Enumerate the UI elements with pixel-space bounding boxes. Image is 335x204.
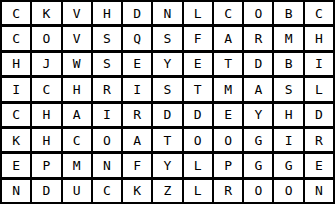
grid-cell[interactable]: A — [123, 129, 151, 151]
grid-cell[interactable]: L — [184, 154, 212, 176]
grid-cell[interactable]: D — [184, 104, 212, 126]
grid-cell[interactable]: O — [32, 27, 60, 49]
grid-cell[interactable]: L — [184, 2, 212, 24]
grid-cell[interactable]: M — [63, 154, 91, 176]
grid-cell[interactable]: A — [63, 104, 91, 126]
grid-cell[interactable]: H — [305, 27, 333, 49]
grid-cell[interactable]: Y — [244, 104, 272, 126]
grid-cell[interactable]: H — [63, 78, 91, 100]
grid-cell[interactable]: R — [214, 180, 242, 202]
grid-cell[interactable]: M — [214, 78, 242, 100]
grid-cell[interactable]: N — [93, 154, 121, 176]
grid-cell[interactable]: R — [93, 78, 121, 100]
grid-cell[interactable]: S — [274, 78, 302, 100]
grid-cell[interactable]: O — [214, 129, 242, 151]
grid-cell[interactable]: C — [63, 129, 91, 151]
grid-cell[interactable]: H — [32, 129, 60, 151]
grid-cell[interactable]: F — [123, 154, 151, 176]
grid-cell[interactable]: T — [153, 129, 181, 151]
grid-cell[interactable]: O — [184, 129, 212, 151]
grid-cell[interactable]: I — [123, 78, 151, 100]
grid-cell[interactable]: L — [184, 180, 212, 202]
grid-cell[interactable]: G — [244, 129, 272, 151]
grid-cell[interactable]: C — [32, 78, 60, 100]
word-search-board: CKVHDNLCOBCCOVSQSFARMHHJWSEYETDBIICHRIST… — [0, 0, 335, 204]
grid-cell[interactable]: V — [63, 2, 91, 24]
grid-cell[interactable]: A — [214, 27, 242, 49]
grid-cell[interactable]: U — [63, 180, 91, 202]
grid-cell[interactable]: N — [305, 180, 333, 202]
grid-cell[interactable]: I — [93, 104, 121, 126]
grid-cell[interactable]: D — [305, 104, 333, 126]
grid-cell[interactable]: L — [305, 78, 333, 100]
grid-cell[interactable]: D — [244, 53, 272, 75]
grid-cell[interactable]: P — [214, 154, 242, 176]
grid-cell[interactable]: I — [2, 78, 30, 100]
grid-cell[interactable]: B — [274, 2, 302, 24]
grid-cell[interactable]: S — [93, 53, 121, 75]
grid-cell[interactable]: O — [274, 180, 302, 202]
grid-cell[interactable]: R — [305, 129, 333, 151]
grid-cell[interactable]: I — [305, 53, 333, 75]
grid-cell[interactable]: F — [184, 27, 212, 49]
grid-cell[interactable]: W — [63, 53, 91, 75]
grid-cell[interactable]: C — [305, 2, 333, 24]
grid-cell[interactable]: Z — [153, 180, 181, 202]
grid-cell[interactable]: S — [93, 27, 121, 49]
grid-cell[interactable]: Y — [153, 53, 181, 75]
grid-cell[interactable]: H — [32, 104, 60, 126]
grid-cell[interactable]: C — [2, 27, 30, 49]
grid-cell[interactable]: V — [63, 27, 91, 49]
grid-cell[interactable]: H — [93, 2, 121, 24]
grid-cell[interactable]: P — [32, 154, 60, 176]
grid-cell[interactable]: K — [123, 180, 151, 202]
grid-cell[interactable]: K — [32, 2, 60, 24]
grid-cell[interactable]: H — [2, 53, 30, 75]
grid-cell[interactable]: E — [123, 53, 151, 75]
grid-cell[interactable]: N — [2, 180, 30, 202]
grid-cell[interactable]: C — [2, 104, 30, 126]
grid-cell[interactable]: E — [214, 104, 242, 126]
grid-cell[interactable]: C — [93, 180, 121, 202]
grid-cell[interactable]: C — [214, 2, 242, 24]
grid-cell[interactable]: S — [153, 27, 181, 49]
grid-cell[interactable]: H — [274, 104, 302, 126]
grid-cell[interactable]: I — [274, 129, 302, 151]
grid-cell[interactable]: A — [244, 78, 272, 100]
grid-cell[interactable]: M — [274, 27, 302, 49]
grid-cell[interactable]: B — [274, 53, 302, 75]
grid-cell[interactable]: O — [93, 129, 121, 151]
grid-cell[interactable]: T — [184, 78, 212, 100]
grid-cell[interactable]: K — [2, 129, 30, 151]
grid-cell[interactable]: C — [2, 2, 30, 24]
grid-cell[interactable]: N — [153, 2, 181, 24]
grid-cell[interactable]: O — [244, 180, 272, 202]
grid-cell[interactable]: J — [32, 53, 60, 75]
grid-cell[interactable]: E — [184, 53, 212, 75]
grid-cell[interactable]: R — [244, 27, 272, 49]
grid-cell[interactable]: D — [123, 2, 151, 24]
grid-cell[interactable]: S — [153, 78, 181, 100]
grid-cell[interactable]: T — [214, 53, 242, 75]
grid-cell[interactable]: Y — [153, 154, 181, 176]
grid-cell[interactable]: R — [123, 104, 151, 126]
grid-cell[interactable]: D — [153, 104, 181, 126]
grid-cell[interactable]: D — [32, 180, 60, 202]
grid-cell[interactable]: E — [305, 154, 333, 176]
grid-cell[interactable]: O — [244, 2, 272, 24]
grid-cell[interactable]: G — [274, 154, 302, 176]
grid-cell[interactable]: Q — [123, 27, 151, 49]
grid-cell[interactable]: G — [244, 154, 272, 176]
grid-cell[interactable]: E — [2, 154, 30, 176]
